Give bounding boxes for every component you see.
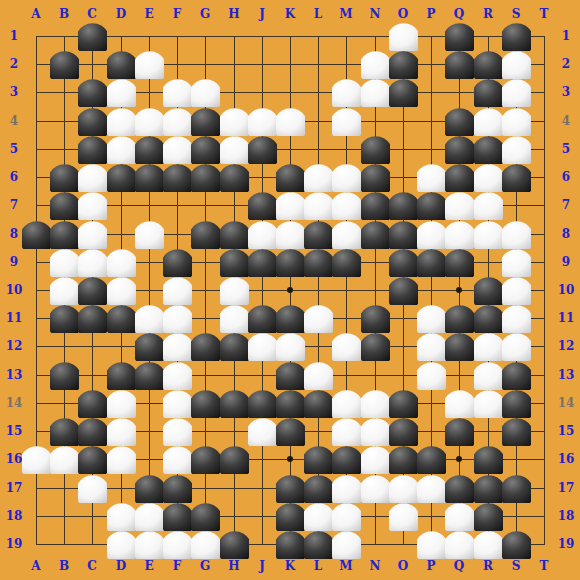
- row-label: 14: [555, 396, 577, 410]
- stone-black[interactable]: ●: [389, 78, 418, 107]
- row-label: 10: [3, 283, 25, 297]
- column-label: B: [53, 7, 75, 21]
- row-label: 5: [555, 142, 577, 156]
- row-label: 19: [555, 537, 577, 551]
- column-label: N: [364, 7, 386, 21]
- row-label: 6: [555, 170, 577, 184]
- row-label: 8: [555, 227, 577, 241]
- column-label: K: [279, 7, 301, 21]
- stone-white[interactable]: ●: [332, 530, 361, 559]
- row-label: 16: [555, 452, 577, 466]
- column-label: T: [533, 7, 555, 21]
- column-label: J: [251, 7, 273, 21]
- row-label: 14: [3, 396, 25, 410]
- stone-black[interactable]: ●: [332, 248, 361, 277]
- row-label: 10: [555, 283, 577, 297]
- column-label: R: [477, 7, 499, 21]
- stone-black[interactable]: ●: [502, 530, 531, 559]
- row-label: 5: [3, 142, 25, 156]
- row-label: 2: [3, 57, 25, 71]
- row-label: 4: [555, 114, 577, 128]
- column-label: E: [138, 7, 160, 21]
- column-label: M: [335, 7, 357, 21]
- row-label: 13: [555, 368, 577, 382]
- row-label: 7: [555, 198, 577, 212]
- row-label: 4: [3, 114, 25, 128]
- row-label: 12: [3, 339, 25, 353]
- row-label: 11: [3, 311, 25, 325]
- column-label: A: [25, 559, 47, 573]
- column-label: T: [533, 559, 555, 573]
- column-label: C: [81, 559, 103, 573]
- column-label: O: [392, 559, 414, 573]
- stone-black[interactable]: ●: [220, 530, 249, 559]
- column-label: L: [307, 7, 329, 21]
- row-label: 12: [555, 339, 577, 353]
- column-label: J: [251, 559, 273, 573]
- row-label: 1: [3, 29, 25, 43]
- column-label: N: [364, 559, 386, 573]
- row-label: 15: [555, 424, 577, 438]
- column-label: A: [25, 7, 47, 21]
- column-label: B: [53, 559, 75, 573]
- row-label: 6: [3, 170, 25, 184]
- row-label: 13: [3, 368, 25, 382]
- row-label: 18: [3, 509, 25, 523]
- row-label: 19: [3, 537, 25, 551]
- column-label: P: [420, 7, 442, 21]
- row-label: 18: [555, 509, 577, 523]
- stone-black[interactable]: ●: [220, 445, 249, 474]
- row-label: 9: [555, 255, 577, 269]
- stone-black[interactable]: ●: [361, 332, 390, 361]
- row-label: 3: [555, 85, 577, 99]
- row-label: 11: [555, 311, 577, 325]
- grid-line-vertical: [544, 36, 545, 545]
- row-label: 17: [555, 481, 577, 495]
- row-label: 1: [555, 29, 577, 43]
- row-label: 2: [555, 57, 577, 71]
- column-label: H: [223, 7, 245, 21]
- go-board[interactable]: AABBCCDDEEFFGGHHJJKKLLMMNNOOPPQQRRSSTT11…: [0, 0, 580, 580]
- column-label: F: [166, 7, 188, 21]
- column-label: G: [194, 7, 216, 21]
- row-label: 3: [3, 85, 25, 99]
- column-label: D: [110, 7, 132, 21]
